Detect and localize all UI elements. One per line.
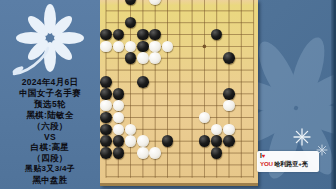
black-stone xyxy=(100,76,112,88)
white-stone xyxy=(149,52,161,64)
black-stone xyxy=(100,29,112,41)
white-rank: （四段） xyxy=(32,153,67,164)
black-stone xyxy=(100,124,112,136)
flower-logo-icon xyxy=(2,2,98,78)
info-panel: 2024年4月6日 中国女子名手赛 预选5轮 黑棋:陆敏全 （六段） VS 白棋… xyxy=(0,0,100,189)
thumbnail-stage: 2024年4月6日 中国女子名手赛 预选5轮 黑棋:陆敏全 （六段） VS 白棋… xyxy=(0,0,336,189)
black-stone xyxy=(223,88,235,100)
white-stone xyxy=(137,147,149,159)
black-stone xyxy=(100,88,112,100)
black-player: 黑棋:陆敏全 xyxy=(26,110,73,121)
white-stone xyxy=(113,124,125,136)
black-stone xyxy=(137,41,149,53)
white-stone xyxy=(100,41,112,53)
white-player: 白棋:高星 xyxy=(31,142,69,153)
round-label: 预选5轮 xyxy=(34,99,65,110)
streamer-watermark: I♥ YOU 哈利路亚+亮 xyxy=(257,151,319,172)
black-stone xyxy=(100,135,112,147)
go-board xyxy=(100,0,258,186)
black-stone xyxy=(113,147,125,159)
white-stone xyxy=(100,100,112,112)
black-stone xyxy=(137,29,149,41)
match-info: 2024年4月6日 中国女子名手赛 预选5轮 黑棋:陆敏全 （六段） VS 白棋… xyxy=(0,77,100,186)
black-stone xyxy=(199,135,211,147)
black-stone xyxy=(223,135,235,147)
event-name: 中国女子名手赛 xyxy=(19,88,81,99)
white-stone xyxy=(223,124,235,136)
white-stone xyxy=(223,100,235,112)
right-edge-strip xyxy=(331,0,336,189)
black-stone xyxy=(100,147,112,159)
white-stone xyxy=(149,147,161,159)
black-stone xyxy=(113,88,125,100)
white-stone xyxy=(137,52,149,64)
vs-label: VS xyxy=(44,132,56,143)
heart-icon: ♥ xyxy=(262,153,266,159)
black-stone xyxy=(162,135,174,147)
match-date: 2024年4月6日 xyxy=(22,77,79,88)
watermark-line2: YOU 哈利路亚+亮 xyxy=(260,160,317,168)
result-info: 黑中盘胜 xyxy=(32,175,67,186)
komi-info: 黑贴3又3/4子 xyxy=(25,164,75,175)
black-stone xyxy=(137,76,149,88)
white-stone xyxy=(149,41,161,53)
white-stone xyxy=(137,135,149,147)
black-stone xyxy=(113,135,125,147)
black-rank: （六段） xyxy=(32,121,67,132)
watermark-line1: I♥ xyxy=(260,152,317,160)
black-stone xyxy=(223,52,235,64)
black-stone xyxy=(100,112,112,124)
